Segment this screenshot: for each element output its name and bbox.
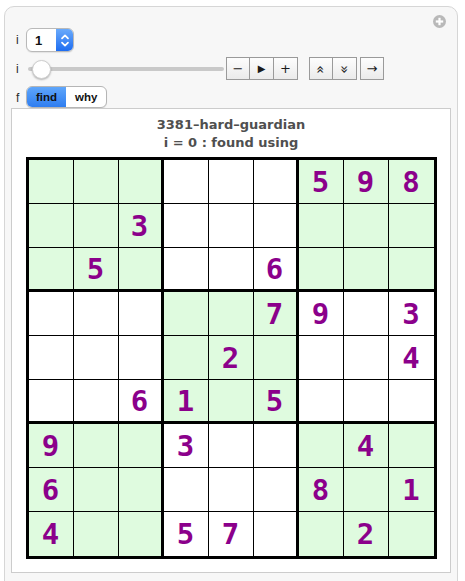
sudoku-cell-r7c2 <box>74 424 119 468</box>
sudoku-cell-r5c5: 2 <box>209 336 254 380</box>
sudoku-cell-r2c8 <box>344 204 389 248</box>
sudoku-cell-r5c2 <box>74 336 119 380</box>
manipulate-widget: i 1 i − ▶ + « » → f find why 3381–hard–g… <box>4 6 458 581</box>
step-forward-button[interactable]: + <box>274 57 298 80</box>
sudoku-cell-r5c4 <box>164 336 209 380</box>
sudoku-cell-r3c4 <box>164 248 209 292</box>
sudoku-cell-r7c9 <box>389 424 434 468</box>
f-toggler: find why <box>26 86 107 108</box>
sudoku-cell-r6c4: 1 <box>164 380 209 424</box>
sudoku-cell-r3c8 <box>344 248 389 292</box>
sudoku-cell-r5c3 <box>119 336 164 380</box>
sudoku-cell-r4c5 <box>209 292 254 336</box>
sudoku-cell-r9c5: 7 <box>209 512 254 556</box>
sudoku-cell-r9c2 <box>74 512 119 556</box>
i-popup-value: 1 <box>27 29 56 51</box>
sudoku-cell-r4c4 <box>164 292 209 336</box>
sudoku-cell-r8c1: 6 <box>29 468 74 512</box>
slider-thumb[interactable] <box>32 60 51 79</box>
sudoku-cell-r7c5 <box>209 424 254 468</box>
i-slider-label: i <box>16 62 19 76</box>
sudoku-cell-r4c6: 7 <box>254 292 299 336</box>
sudoku-cell-r9c1: 4 <box>29 512 74 556</box>
plus-icon <box>433 15 446 28</box>
sudoku-cell-r6c2 <box>74 380 119 424</box>
sudoku-cell-r2c4 <box>164 204 209 248</box>
arrow-right-icon: → <box>367 61 378 76</box>
sudoku-cell-r8c3 <box>119 468 164 512</box>
sudoku-cell-r2c7 <box>299 204 344 248</box>
sudoku-cell-r7c1: 9 <box>29 424 74 468</box>
sudoku-cell-r3c9 <box>389 248 434 292</box>
play-icon: ▶ <box>258 63 266 74</box>
double-chevron-up-icon: « <box>313 65 329 73</box>
sudoku-cell-r2c3: 3 <box>119 204 164 248</box>
play-button[interactable]: ▶ <box>250 57 274 80</box>
sudoku-cell-r4c1 <box>29 292 74 336</box>
sudoku-cell-r1c1 <box>29 160 74 204</box>
sudoku-cell-r8c4 <box>164 468 209 512</box>
sudoku-cell-r3c7 <box>299 248 344 292</box>
sudoku-cell-r7c8: 4 <box>344 424 389 468</box>
double-chevron-down-icon: » <box>336 65 352 73</box>
f-toggler-label: f <box>16 91 19 105</box>
sudoku-cell-r1c2 <box>74 160 119 204</box>
sudoku-cell-r1c3 <box>119 160 164 204</box>
sudoku-cell-r2c9 <box>389 204 434 248</box>
sudoku-cell-r6c6: 5 <box>254 380 299 424</box>
sudoku-cell-r9c9 <box>389 512 434 556</box>
sudoku-cell-r2c6 <box>254 204 299 248</box>
sudoku-cell-r2c5 <box>209 204 254 248</box>
sudoku-cell-r7c7 <box>299 424 344 468</box>
direction-button[interactable]: → <box>360 57 384 80</box>
sudoku-cell-r6c9 <box>389 380 434 424</box>
sudoku-cell-r6c3: 6 <box>119 380 164 424</box>
sudoku-cell-r8c6 <box>254 468 299 512</box>
sudoku-cell-r1c4 <box>164 160 209 204</box>
puzzle-title: 3381–hard–guardian <box>12 117 450 132</box>
sudoku-cell-r3c5 <box>209 248 254 292</box>
sudoku-board: 598356793246159346814572 <box>26 157 437 559</box>
sudoku-cell-r3c3 <box>119 248 164 292</box>
step-back-button[interactable]: − <box>226 57 250 80</box>
slider-track[interactable] <box>28 67 224 71</box>
sudoku-cell-r4c3 <box>119 292 164 336</box>
direction-button-group: → <box>360 57 384 80</box>
toggler-option-why[interactable]: why <box>66 87 106 107</box>
sudoku-cell-r9c6 <box>254 512 299 556</box>
sudoku-cell-r7c6 <box>254 424 299 468</box>
sudoku-cell-r5c9: 4 <box>389 336 434 380</box>
sudoku-cell-r3c6: 6 <box>254 248 299 292</box>
manipulate-menu-button[interactable] <box>433 14 446 27</box>
sudoku-cell-r8c2 <box>74 468 119 512</box>
sudoku-cell-r9c7 <box>299 512 344 556</box>
sudoku-cell-r9c4: 5 <box>164 512 209 556</box>
sudoku-cell-r1c6 <box>254 160 299 204</box>
i-value-stepper[interactable]: 1 <box>26 28 74 52</box>
speed-button-group: « » <box>309 57 357 80</box>
sudoku-cell-r4c9: 3 <box>389 292 434 336</box>
display-panel: 3381–hard–guardian i = 0 : found using 5… <box>11 108 451 573</box>
sudoku-cell-r8c7: 8 <box>299 468 344 512</box>
sudoku-cell-r5c7 <box>299 336 344 380</box>
stepper-arrows-icon[interactable] <box>56 29 73 51</box>
sudoku-cell-r8c5 <box>209 468 254 512</box>
status-line: i = 0 : found using <box>12 135 450 150</box>
sudoku-cell-r5c1 <box>29 336 74 380</box>
sudoku-cell-r5c8 <box>344 336 389 380</box>
slower-button[interactable]: » <box>333 57 357 80</box>
sudoku-cell-r2c2 <box>74 204 119 248</box>
i-popup-label: i <box>16 33 19 47</box>
sudoku-cell-r1c8: 9 <box>344 160 389 204</box>
sudoku-cell-r4c8 <box>344 292 389 336</box>
sudoku-cell-r7c4: 3 <box>164 424 209 468</box>
sudoku-cell-r9c3 <box>119 512 164 556</box>
sudoku-cell-r4c2 <box>74 292 119 336</box>
sudoku-cell-r1c7: 5 <box>299 160 344 204</box>
sudoku-cell-r2c1 <box>29 204 74 248</box>
sudoku-cell-r3c2: 5 <box>74 248 119 292</box>
sudoku-cell-r4c7: 9 <box>299 292 344 336</box>
faster-button[interactable]: « <box>309 57 333 80</box>
step-button-group: − ▶ + <box>226 57 298 80</box>
plus-step-icon: + <box>280 61 291 76</box>
minus-icon: − <box>233 61 244 76</box>
sudoku-cell-r9c8: 2 <box>344 512 389 556</box>
sudoku-cell-r1c9: 8 <box>389 160 434 204</box>
sudoku-cell-r6c8 <box>344 380 389 424</box>
sudoku-cell-r5c6 <box>254 336 299 380</box>
sudoku-cell-r8c9: 1 <box>389 468 434 512</box>
sudoku-cell-r3c1 <box>29 248 74 292</box>
sudoku-cell-r6c5 <box>209 380 254 424</box>
sudoku-cell-r1c5 <box>209 160 254 204</box>
sudoku-cell-r6c1 <box>29 380 74 424</box>
sudoku-cell-r7c3 <box>119 424 164 468</box>
sudoku-cell-r6c7 <box>299 380 344 424</box>
sudoku-cell-r8c8 <box>344 468 389 512</box>
toggler-option-find[interactable]: find <box>27 87 66 107</box>
